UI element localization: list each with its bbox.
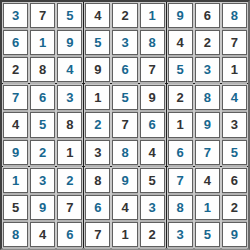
- sudoku-cell-r3c7[interactable]: 5: [168, 57, 193, 82]
- sudoku-cell-r2c6[interactable]: 8: [140, 30, 165, 55]
- sudoku-cell-r4c1[interactable]: 7: [3, 85, 28, 110]
- sudoku-cell-r2c3[interactable]: 9: [57, 30, 82, 55]
- sudoku-cell-r4c9[interactable]: 4: [222, 85, 247, 110]
- sudoku-board: 3756192844215389679684275317634589211592…: [0, 0, 250, 250]
- sudoku-cell-r8c2[interactable]: 9: [30, 195, 55, 220]
- sudoku-cell-r5c4[interactable]: 2: [85, 112, 110, 137]
- sudoku-box: 968427531: [167, 2, 248, 83]
- sudoku-cell-r8c7[interactable]: 8: [168, 195, 193, 220]
- sudoku-cell-r1c4[interactable]: 4: [85, 3, 110, 28]
- sudoku-cell-r7c1[interactable]: 1: [3, 168, 28, 193]
- sudoku-cell-r5c5[interactable]: 7: [112, 112, 137, 137]
- sudoku-cell-r6c1[interactable]: 9: [3, 140, 28, 165]
- sudoku-cell-r7c5[interactable]: 9: [112, 168, 137, 193]
- sudoku-cell-r9c3[interactable]: 6: [57, 222, 82, 247]
- sudoku-cell-r1c7[interactable]: 9: [168, 3, 193, 28]
- sudoku-cell-r2c7[interactable]: 4: [168, 30, 193, 55]
- sudoku-cell-r8c5[interactable]: 4: [112, 195, 137, 220]
- sudoku-cell-r1c2[interactable]: 7: [30, 3, 55, 28]
- sudoku-cell-r9c6[interactable]: 2: [140, 222, 165, 247]
- sudoku-cell-r6c5[interactable]: 8: [112, 140, 137, 165]
- sudoku-cell-r4c5[interactable]: 5: [112, 85, 137, 110]
- sudoku-cell-r5c6[interactable]: 6: [140, 112, 165, 137]
- sudoku-cell-r8c4[interactable]: 6: [85, 195, 110, 220]
- sudoku-cell-r4c8[interactable]: 8: [195, 85, 220, 110]
- sudoku-cell-r6c8[interactable]: 7: [195, 140, 220, 165]
- sudoku-cell-r8c9[interactable]: 2: [222, 195, 247, 220]
- sudoku-cell-r4c6[interactable]: 9: [140, 85, 165, 110]
- sudoku-cell-r3c9[interactable]: 1: [222, 57, 247, 82]
- sudoku-cell-r6c9[interactable]: 5: [222, 140, 247, 165]
- sudoku-cell-r3c8[interactable]: 3: [195, 57, 220, 82]
- sudoku-cell-r2c9[interactable]: 7: [222, 30, 247, 55]
- sudoku-cell-r1c3[interactable]: 5: [57, 3, 82, 28]
- sudoku-cell-r8c3[interactable]: 7: [57, 195, 82, 220]
- sudoku-box: 763458921: [2, 84, 83, 165]
- sudoku-box: 375619284: [2, 2, 83, 83]
- sudoku-cell-r3c5[interactable]: 6: [112, 57, 137, 82]
- sudoku-cell-r2c8[interactable]: 2: [195, 30, 220, 55]
- sudoku-cell-r3c2[interactable]: 8: [30, 57, 55, 82]
- sudoku-cell-r8c8[interactable]: 1: [195, 195, 220, 220]
- sudoku-cell-r1c5[interactable]: 2: [112, 3, 137, 28]
- sudoku-cell-r3c3[interactable]: 4: [57, 57, 82, 82]
- sudoku-cell-r3c1[interactable]: 2: [3, 57, 28, 82]
- sudoku-cell-r6c2[interactable]: 2: [30, 140, 55, 165]
- sudoku-cell-r2c1[interactable]: 6: [3, 30, 28, 55]
- sudoku-cell-r3c4[interactable]: 9: [85, 57, 110, 82]
- sudoku-cell-r1c9[interactable]: 8: [222, 3, 247, 28]
- sudoku-cell-r2c5[interactable]: 3: [112, 30, 137, 55]
- sudoku-cell-r2c2[interactable]: 1: [30, 30, 55, 55]
- sudoku-cell-r7c6[interactable]: 5: [140, 168, 165, 193]
- sudoku-cell-r7c9[interactable]: 6: [222, 168, 247, 193]
- sudoku-box: 159276384: [84, 84, 165, 165]
- sudoku-cell-r6c4[interactable]: 3: [85, 140, 110, 165]
- sudoku-cell-r7c7[interactable]: 7: [168, 168, 193, 193]
- sudoku-box: 421538967: [84, 2, 165, 83]
- sudoku-cell-r4c2[interactable]: 6: [30, 85, 55, 110]
- sudoku-cell-r9c9[interactable]: 9: [222, 222, 247, 247]
- sudoku-cell-r8c1[interactable]: 5: [3, 195, 28, 220]
- sudoku-cell-r1c6[interactable]: 1: [140, 3, 165, 28]
- sudoku-cell-r6c3[interactable]: 1: [57, 140, 82, 165]
- sudoku-cell-r5c9[interactable]: 3: [222, 112, 247, 137]
- sudoku-cell-r8c6[interactable]: 3: [140, 195, 165, 220]
- sudoku-box: 746812359: [167, 167, 248, 248]
- sudoku-cell-r9c7[interactable]: 3: [168, 222, 193, 247]
- sudoku-cell-r4c3[interactable]: 3: [57, 85, 82, 110]
- sudoku-box: 895643712: [84, 167, 165, 248]
- sudoku-cell-r2c4[interactable]: 5: [85, 30, 110, 55]
- sudoku-cell-r5c7[interactable]: 1: [168, 112, 193, 137]
- sudoku-cell-r5c1[interactable]: 4: [3, 112, 28, 137]
- sudoku-cell-r7c4[interactable]: 8: [85, 168, 110, 193]
- sudoku-cell-r7c2[interactable]: 3: [30, 168, 55, 193]
- sudoku-app: 3756192844215389679684275317634589211592…: [0, 0, 250, 250]
- sudoku-cell-r5c3[interactable]: 8: [57, 112, 82, 137]
- sudoku-cell-r9c8[interactable]: 5: [195, 222, 220, 247]
- sudoku-cell-r7c3[interactable]: 2: [57, 168, 82, 193]
- sudoku-box: 132597846: [2, 167, 83, 248]
- sudoku-cell-r3c6[interactable]: 7: [140, 57, 165, 82]
- sudoku-cell-r9c5[interactable]: 1: [112, 222, 137, 247]
- sudoku-cell-r6c7[interactable]: 6: [168, 140, 193, 165]
- sudoku-box: 284193675: [167, 84, 248, 165]
- sudoku-cell-r9c2[interactable]: 4: [30, 222, 55, 247]
- sudoku-cell-r1c1[interactable]: 3: [3, 3, 28, 28]
- sudoku-cell-r1c8[interactable]: 6: [195, 3, 220, 28]
- sudoku-cell-r6c6[interactable]: 4: [140, 140, 165, 165]
- sudoku-cell-r9c1[interactable]: 8: [3, 222, 28, 247]
- sudoku-cell-r4c7[interactable]: 2: [168, 85, 193, 110]
- sudoku-cell-r4c4[interactable]: 1: [85, 85, 110, 110]
- sudoku-cell-r9c4[interactable]: 7: [85, 222, 110, 247]
- sudoku-cell-r7c8[interactable]: 4: [195, 168, 220, 193]
- sudoku-cell-r5c2[interactable]: 5: [30, 112, 55, 137]
- sudoku-cell-r5c8[interactable]: 9: [195, 112, 220, 137]
